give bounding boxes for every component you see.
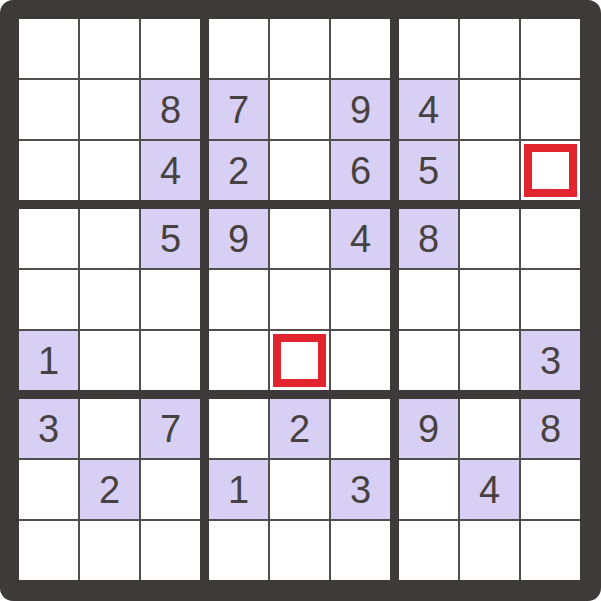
cell-r8c2[interactable]: 2 [80, 460, 139, 519]
given-digit: 7 [160, 410, 181, 448]
cell-r2c2[interactable] [80, 80, 139, 139]
given-digit: 8 [418, 220, 439, 258]
cell-r9c4[interactable] [209, 521, 268, 580]
cell-r6c9[interactable]: 3 [521, 331, 580, 390]
cell-r9c8[interactable] [460, 521, 519, 580]
target-cell-marker [273, 334, 326, 387]
cell-r9c9[interactable] [521, 521, 580, 580]
cell-r1c8[interactable] [460, 19, 519, 78]
given-digit: 8 [540, 410, 561, 448]
cell-r3c5[interactable] [270, 141, 329, 200]
given-digit: 2 [99, 471, 120, 509]
cell-r8c5[interactable] [270, 460, 329, 519]
cell-r8c7[interactable] [399, 460, 458, 519]
cell-r7c4[interactable] [209, 399, 268, 458]
cell-r2c1[interactable] [19, 80, 78, 139]
cell-r7c3[interactable]: 7 [141, 399, 200, 458]
cell-r7c6[interactable] [331, 399, 390, 458]
cell-r3c8[interactable] [460, 141, 519, 200]
cell-r2c9[interactable] [521, 80, 580, 139]
cell-r5c5[interactable] [270, 270, 329, 329]
cell-r1c2[interactable] [80, 19, 139, 78]
cell-r2c4[interactable]: 7 [209, 80, 268, 139]
target-cell-marker [524, 144, 577, 197]
cell-r5c4[interactable] [209, 270, 268, 329]
cell-r5c2[interactable] [80, 270, 139, 329]
cell-r9c2[interactable] [80, 521, 139, 580]
cell-r5c1[interactable] [19, 270, 78, 329]
cell-r7c5[interactable]: 2 [270, 399, 329, 458]
given-digit: 4 [350, 220, 371, 258]
sudoku-board: 87944265594813372982134 [0, 0, 601, 601]
cell-r6c5[interactable] [270, 331, 329, 390]
cell-r9c6[interactable] [331, 521, 390, 580]
cell-r1c5[interactable] [270, 19, 329, 78]
given-digit: 3 [540, 342, 561, 380]
cell-r3c6[interactable]: 6 [331, 141, 390, 200]
sudoku-grid: 87944265594813372982134 [19, 19, 580, 580]
cell-r4c6[interactable]: 4 [331, 209, 390, 268]
cell-r3c9[interactable] [521, 141, 580, 200]
cell-r7c2[interactable] [80, 399, 139, 458]
cell-r8c6[interactable]: 3 [331, 460, 390, 519]
given-digit: 3 [38, 410, 59, 448]
cell-r6c3[interactable] [141, 331, 200, 390]
cell-r8c1[interactable] [19, 460, 78, 519]
box-separator-horizontal-1 [19, 200, 580, 209]
box-separator-horizontal-2 [19, 390, 580, 399]
cell-r8c8[interactable]: 4 [460, 460, 519, 519]
given-digit: 3 [350, 471, 371, 509]
cell-r1c3[interactable] [141, 19, 200, 78]
cell-r4c7[interactable]: 8 [399, 209, 458, 268]
cell-r9c5[interactable] [270, 521, 329, 580]
given-digit: 6 [350, 152, 371, 190]
cell-r2c8[interactable] [460, 80, 519, 139]
cell-r9c1[interactable] [19, 521, 78, 580]
cell-r6c2[interactable] [80, 331, 139, 390]
cell-r8c4[interactable]: 1 [209, 460, 268, 519]
cell-r8c9[interactable] [521, 460, 580, 519]
cell-r9c3[interactable] [141, 521, 200, 580]
cell-r6c7[interactable] [399, 331, 458, 390]
cell-r1c1[interactable] [19, 19, 78, 78]
cell-r4c9[interactable] [521, 209, 580, 268]
box-separator-vertical-2 [390, 19, 399, 580]
cell-r9c7[interactable] [399, 521, 458, 580]
given-digit: 7 [228, 91, 249, 129]
given-digit: 1 [228, 471, 249, 509]
cell-r5c7[interactable] [399, 270, 458, 329]
given-digit: 9 [418, 410, 439, 448]
cell-r6c8[interactable] [460, 331, 519, 390]
cell-r7c1[interactable]: 3 [19, 399, 78, 458]
cell-r7c9[interactable]: 8 [521, 399, 580, 458]
cell-r6c6[interactable] [331, 331, 390, 390]
cell-r5c3[interactable] [141, 270, 200, 329]
cell-r8c3[interactable] [141, 460, 200, 519]
given-digit: 5 [418, 152, 439, 190]
cell-r7c8[interactable] [460, 399, 519, 458]
cell-r4c5[interactable] [270, 209, 329, 268]
given-digit: 4 [479, 471, 500, 509]
cell-r7c7[interactable]: 9 [399, 399, 458, 458]
cell-r1c9[interactable] [521, 19, 580, 78]
cell-r4c2[interactable] [80, 209, 139, 268]
box-separator-vertical-1 [200, 19, 209, 580]
cell-r2c6[interactable]: 9 [331, 80, 390, 139]
given-digit: 9 [350, 91, 371, 129]
cell-r5c8[interactable] [460, 270, 519, 329]
cell-r3c2[interactable] [80, 141, 139, 200]
cell-r3c1[interactable] [19, 141, 78, 200]
cell-r1c4[interactable] [209, 19, 268, 78]
given-digit: 5 [160, 220, 181, 258]
given-digit: 2 [289, 410, 310, 448]
cell-r2c3[interactable]: 8 [141, 80, 200, 139]
cell-r4c1[interactable] [19, 209, 78, 268]
given-digit: 4 [418, 91, 439, 129]
given-digit: 4 [160, 152, 181, 190]
cell-r6c1[interactable]: 1 [19, 331, 78, 390]
cell-r3c3[interactable]: 4 [141, 141, 200, 200]
given-digit: 1 [38, 342, 59, 380]
cell-r5c6[interactable] [331, 270, 390, 329]
cell-r2c7[interactable]: 4 [399, 80, 458, 139]
cell-r4c8[interactable] [460, 209, 519, 268]
cell-r1c7[interactable] [399, 19, 458, 78]
given-digit: 2 [228, 152, 249, 190]
cell-r6c4[interactable] [209, 331, 268, 390]
cell-r4c4[interactable]: 9 [209, 209, 268, 268]
cell-r3c4[interactable]: 2 [209, 141, 268, 200]
cell-r5c9[interactable] [521, 270, 580, 329]
cell-r3c7[interactable]: 5 [399, 141, 458, 200]
given-digit: 9 [228, 220, 249, 258]
cell-r1c6[interactable] [331, 19, 390, 78]
cell-r4c3[interactable]: 5 [141, 209, 200, 268]
given-digit: 8 [160, 91, 181, 129]
cell-r2c5[interactable] [270, 80, 329, 139]
